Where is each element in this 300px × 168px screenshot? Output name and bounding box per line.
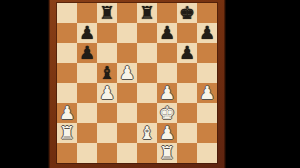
square-d5[interactable]: ♟ — [117, 63, 137, 83]
square-c8[interactable]: ♜ — [97, 3, 117, 23]
square-d1[interactable] — [117, 143, 137, 163]
piece-white-bishop[interactable]: ♝ — [139, 123, 155, 143]
square-d6[interactable] — [117, 43, 137, 63]
square-c2[interactable] — [97, 123, 117, 143]
square-c4[interactable]: ♟ — [97, 83, 117, 103]
square-b7[interactable]: ♟ — [77, 23, 97, 43]
square-e6[interactable] — [137, 43, 157, 63]
square-d8[interactable] — [117, 3, 137, 23]
square-e2[interactable]: ♝ — [137, 123, 157, 143]
piece-white-pawn[interactable]: ♟ — [159, 123, 175, 143]
square-h3[interactable] — [197, 103, 217, 123]
square-b4[interactable] — [77, 83, 97, 103]
square-a7[interactable] — [57, 23, 77, 43]
square-c3[interactable] — [97, 103, 117, 123]
square-a8[interactable] — [57, 3, 77, 23]
square-g8[interactable]: ♚ — [177, 3, 197, 23]
square-e7[interactable] — [137, 23, 157, 43]
square-d4[interactable] — [117, 83, 137, 103]
square-g4[interactable] — [177, 83, 197, 103]
square-b3[interactable] — [77, 103, 97, 123]
square-h7[interactable]: ♟ — [197, 23, 217, 43]
square-a1[interactable] — [57, 143, 77, 163]
square-a4[interactable] — [57, 83, 77, 103]
piece-white-rook[interactable]: ♜ — [59, 123, 75, 143]
square-f2[interactable]: ♟ — [157, 123, 177, 143]
square-f7[interactable]: ♟ — [157, 23, 177, 43]
piece-black-pawn[interactable]: ♟ — [79, 43, 95, 63]
piece-black-bishop[interactable]: ♝ — [99, 63, 115, 83]
square-h1[interactable] — [197, 143, 217, 163]
piece-white-king[interactable]: ♚ — [159, 103, 175, 123]
square-f4[interactable]: ♟ — [157, 83, 177, 103]
square-e5[interactable] — [137, 63, 157, 83]
square-f3[interactable]: ♚ — [157, 103, 177, 123]
square-e8[interactable]: ♜ — [137, 3, 157, 23]
square-a2[interactable]: ♜ — [57, 123, 77, 143]
square-c7[interactable] — [97, 23, 117, 43]
square-a5[interactable] — [57, 63, 77, 83]
piece-black-pawn[interactable]: ♟ — [159, 23, 175, 43]
piece-black-rook[interactable]: ♜ — [139, 3, 155, 23]
square-g3[interactable] — [177, 103, 197, 123]
square-h2[interactable] — [197, 123, 217, 143]
square-b6[interactable]: ♟ — [77, 43, 97, 63]
piece-white-rook[interactable]: ♜ — [159, 143, 175, 163]
chess-board-frame: ♜♜♚♟♟♟♟♟♝♟♟♟♟♟♚♜♝♟♜ — [49, 0, 225, 168]
square-b8[interactable] — [77, 3, 97, 23]
chess-board[interactable]: ♜♜♚♟♟♟♟♟♝♟♟♟♟♟♚♜♝♟♜ — [57, 3, 217, 163]
square-c5[interactable]: ♝ — [97, 63, 117, 83]
square-g6[interactable]: ♟ — [177, 43, 197, 63]
square-c6[interactable] — [97, 43, 117, 63]
square-d7[interactable] — [117, 23, 137, 43]
piece-black-rook[interactable]: ♜ — [99, 3, 115, 23]
square-f8[interactable] — [157, 3, 177, 23]
square-h6[interactable] — [197, 43, 217, 63]
square-b5[interactable] — [77, 63, 97, 83]
piece-white-pawn[interactable]: ♟ — [99, 83, 115, 103]
piece-white-pawn[interactable]: ♟ — [199, 83, 215, 103]
piece-black-pawn[interactable]: ♟ — [179, 43, 195, 63]
square-f6[interactable] — [157, 43, 177, 63]
piece-black-pawn[interactable]: ♟ — [199, 23, 215, 43]
piece-black-pawn[interactable]: ♟ — [79, 23, 95, 43]
piece-white-pawn[interactable]: ♟ — [59, 103, 75, 123]
square-e3[interactable] — [137, 103, 157, 123]
square-g7[interactable] — [177, 23, 197, 43]
square-d3[interactable] — [117, 103, 137, 123]
square-a6[interactable] — [57, 43, 77, 63]
square-h8[interactable] — [197, 3, 217, 23]
square-f1[interactable]: ♜ — [157, 143, 177, 163]
piece-black-king[interactable]: ♚ — [179, 3, 195, 23]
square-d2[interactable] — [117, 123, 137, 143]
square-c1[interactable] — [97, 143, 117, 163]
square-g5[interactable] — [177, 63, 197, 83]
square-h4[interactable]: ♟ — [197, 83, 217, 103]
screenshot-background: ♜♜♚♟♟♟♟♟♝♟♟♟♟♟♚♜♝♟♜ — [0, 0, 300, 168]
square-g2[interactable] — [177, 123, 197, 143]
square-f5[interactable] — [157, 63, 177, 83]
piece-white-pawn[interactable]: ♟ — [119, 63, 135, 83]
square-g1[interactable] — [177, 143, 197, 163]
square-h5[interactable] — [197, 63, 217, 83]
square-e1[interactable] — [137, 143, 157, 163]
piece-white-pawn[interactable]: ♟ — [159, 83, 175, 103]
square-a3[interactable]: ♟ — [57, 103, 77, 123]
square-b1[interactable] — [77, 143, 97, 163]
square-b2[interactable] — [77, 123, 97, 143]
square-e4[interactable] — [137, 83, 157, 103]
